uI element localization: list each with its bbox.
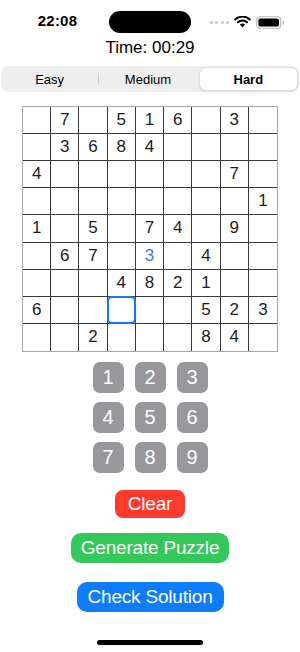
sudoku-cell-r4c4[interactable] — [108, 188, 136, 215]
sudoku-cell-r2c1[interactable] — [23, 134, 51, 161]
sudoku-cell-r2c9[interactable] — [249, 134, 277, 161]
sudoku-cell-r3c6[interactable] — [164, 161, 192, 188]
numpad-button-3[interactable]: 3 — [177, 362, 208, 393]
sudoku-cell-r5c9[interactable] — [249, 215, 277, 242]
sudoku-cell-r6c1[interactable] — [23, 243, 51, 270]
sudoku-cell-r7c6[interactable]: 2 — [164, 270, 192, 297]
sudoku-cell-r3c4[interactable] — [108, 161, 136, 188]
sudoku-cell-r3c2[interactable] — [51, 161, 79, 188]
home-indicator[interactable] — [97, 640, 203, 645]
difficulty-control: EasyMediumHard — [1, 66, 299, 92]
sudoku-cell-r9c1[interactable] — [23, 324, 51, 351]
clock-time: 22:08 — [0, 12, 115, 29]
sudoku-cell-r5c7[interactable] — [192, 215, 220, 242]
sudoku-cell-r1c6[interactable]: 6 — [164, 107, 192, 134]
generate-row: Generate Puzzle — [0, 533, 300, 563]
sudoku-cell-r2c6[interactable] — [164, 134, 192, 161]
sudoku-cell-r9c9[interactable] — [249, 324, 277, 351]
status-icons — [210, 13, 285, 31]
sudoku-cell-r7c7[interactable]: 1 — [192, 270, 220, 297]
sudoku-cell-r4c7[interactable] — [192, 188, 220, 215]
sudoku-cell-r2c2[interactable]: 3 — [51, 134, 79, 161]
sudoku-cell-r1c4[interactable]: 5 — [108, 107, 136, 134]
sudoku-cell-r9c6[interactable] — [164, 324, 192, 351]
numpad-button-9[interactable]: 9 — [177, 442, 208, 473]
sudoku-cell-r8c2[interactable] — [51, 297, 79, 324]
numpad-row: 123 — [93, 362, 208, 393]
cellular-signal-icon — [210, 21, 230, 24]
sudoku-cell-r6c8[interactable] — [221, 243, 249, 270]
sudoku-cell-r1c1[interactable] — [23, 107, 51, 134]
sudoku-cell-r6c3[interactable]: 7 — [79, 243, 107, 270]
sudoku-cell-r7c3[interactable] — [79, 270, 107, 297]
sudoku-cell-r4c5[interactable] — [136, 188, 164, 215]
numpad-row: 789 — [93, 442, 208, 473]
sudoku-cell-r9c8[interactable]: 4 — [221, 324, 249, 351]
sudoku-cell-r7c9[interactable] — [249, 270, 277, 297]
sudoku-cell-r9c4[interactable] — [108, 324, 136, 351]
sudoku-cell-r5c1[interactable]: 1 — [23, 215, 51, 242]
sudoku-cell-r7c5[interactable]: 8 — [136, 270, 164, 297]
sudoku-cell-r7c4[interactable]: 4 — [108, 270, 136, 297]
sudoku-cell-r6c9[interactable] — [249, 243, 277, 270]
sudoku-cell-r3c5[interactable] — [136, 161, 164, 188]
sudoku-cell-r6c4[interactable] — [108, 243, 136, 270]
sudoku-cell-r5c2[interactable] — [51, 215, 79, 242]
sudoku-cell-r8c5[interactable] — [136, 297, 164, 324]
sudoku-cell-r6c2[interactable]: 6 — [51, 243, 79, 270]
sudoku-cell-r4c3[interactable] — [79, 188, 107, 215]
numpad-button-7[interactable]: 7 — [93, 442, 124, 473]
sudoku-cell-r5c3[interactable]: 5 — [79, 215, 107, 242]
clear-button[interactable]: Clear — [115, 490, 185, 518]
app-screen: 22:08 Time: 00:29 — [0, 0, 300, 652]
sudoku-cell-r1c5[interactable]: 1 — [136, 107, 164, 134]
difficulty-tab-easy[interactable]: Easy — [1, 66, 98, 92]
timer-label: Time: 00:29 — [0, 38, 300, 58]
sudoku-cell-r8c1[interactable]: 6 — [23, 297, 51, 324]
sudoku-cell-r5c8[interactable]: 9 — [221, 215, 249, 242]
sudoku-cell-r4c6[interactable] — [164, 188, 192, 215]
sudoku-cell-r2c7[interactable] — [192, 134, 220, 161]
sudoku-cell-r6c7[interactable]: 4 — [192, 243, 220, 270]
sudoku-cell-r5c5[interactable]: 7 — [136, 215, 164, 242]
sudoku-cell-r3c8[interactable]: 7 — [221, 161, 249, 188]
difficulty-tab-medium[interactable]: Medium — [99, 66, 196, 92]
numpad-button-8[interactable]: 8 — [135, 442, 166, 473]
sudoku-cell-r2c4[interactable]: 8 — [108, 134, 136, 161]
sudoku-grid: 75163368447115749673448216523284 — [22, 106, 278, 352]
sudoku-cell-r7c8[interactable] — [221, 270, 249, 297]
check-row: Check Solution — [0, 582, 300, 612]
sudoku-cell-r3c7[interactable] — [192, 161, 220, 188]
difficulty-tab-hard[interactable]: Hard — [200, 68, 297, 90]
sudoku-cell-r9c2[interactable] — [51, 324, 79, 351]
sudoku-cell-r4c2[interactable] — [51, 188, 79, 215]
sudoku-cell-r1c9[interactable] — [249, 107, 277, 134]
dynamic-island — [109, 11, 191, 33]
sudoku-cell-r9c7[interactable]: 8 — [192, 324, 220, 351]
numpad-row: 456 — [93, 402, 208, 433]
sudoku-cell-r7c1[interactable] — [23, 270, 51, 297]
numpad: 123456789 — [0, 362, 300, 473]
sudoku-cell-r4c1[interactable] — [23, 188, 51, 215]
check-solution-button[interactable]: Check Solution — [77, 582, 224, 612]
sudoku-cell-r7c2[interactable] — [51, 270, 79, 297]
sudoku-cell-r8c3[interactable] — [79, 297, 107, 324]
sudoku-cell-r8c6[interactable] — [164, 297, 192, 324]
sudoku-cell-r9c5[interactable] — [136, 324, 164, 351]
sudoku-cell-r2c3[interactable]: 6 — [79, 134, 107, 161]
battery-icon — [256, 16, 284, 29]
sudoku-cell-r3c3[interactable] — [79, 161, 107, 188]
sudoku-cell-r8c8[interactable]: 2 — [221, 297, 249, 324]
numpad-button-5[interactable]: 5 — [135, 402, 166, 433]
numpad-button-1[interactable]: 1 — [93, 362, 124, 393]
sudoku-cell-r3c9[interactable] — [249, 161, 277, 188]
numpad-button-2[interactable]: 2 — [135, 362, 166, 393]
sudoku-cell-r1c7[interactable] — [192, 107, 220, 134]
sudoku-cell-r4c8[interactable] — [221, 188, 249, 215]
sudoku-cell-r6c5[interactable]: 3 — [136, 243, 164, 270]
sudoku-cell-r6c6[interactable] — [164, 243, 192, 270]
numpad-button-6[interactable]: 6 — [177, 402, 208, 433]
sudoku-cell-r2c5[interactable]: 4 — [136, 134, 164, 161]
sudoku-cell-r2c8[interactable] — [221, 134, 249, 161]
sudoku-cell-r1c3[interactable] — [79, 107, 107, 134]
sudoku-cell-r9c3[interactable]: 2 — [79, 324, 107, 351]
sudoku-cell-r5c6[interactable]: 4 — [164, 215, 192, 242]
sudoku-cell-r3c1[interactable]: 4 — [23, 161, 51, 188]
segment-divider — [197, 73, 198, 85]
sudoku-cell-r1c8[interactable]: 3 — [221, 107, 249, 134]
clear-row: Clear — [0, 490, 300, 518]
sudoku-cell-r8c7[interactable]: 5 — [192, 297, 220, 324]
sudoku-cell-r5c4[interactable] — [108, 215, 136, 242]
sudoku-cell-r8c9[interactable]: 3 — [249, 297, 277, 324]
numpad-button-4[interactable]: 4 — [93, 402, 124, 433]
sudoku-cell-r4c9[interactable]: 1 — [249, 188, 277, 215]
generate-puzzle-button[interactable]: Generate Puzzle — [71, 533, 230, 563]
sudoku-cell-r8c4[interactable] — [108, 297, 136, 324]
sudoku-cell-r1c2[interactable]: 7 — [51, 107, 79, 134]
wifi-icon — [234, 16, 251, 28]
